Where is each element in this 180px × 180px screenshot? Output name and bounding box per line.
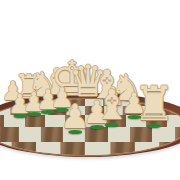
board-square-light	[67, 106, 86, 115]
chess-board-grid	[0, 99, 180, 155]
board-square-light	[36, 142, 61, 155]
board-square-dark	[85, 127, 107, 142]
board-row	[0, 142, 180, 155]
board-square-dark	[160, 106, 179, 115]
board-square-dark	[110, 142, 135, 155]
chess-board	[0, 93, 180, 157]
board-square-dark	[175, 127, 180, 142]
board-square-light	[29, 106, 48, 115]
product-photo: ♟♜♞♝♚♛♝♟♞♜♟♟♟♟♟♟♝♟	[0, 0, 180, 180]
board-square-dark	[0, 99, 16, 106]
board-square-dark	[0, 127, 19, 142]
board-square-light	[19, 127, 41, 142]
board-square-light	[45, 115, 65, 127]
board-square-dark	[11, 106, 30, 115]
board-square-dark	[138, 99, 155, 106]
board-square-dark	[130, 127, 152, 142]
board-square-light	[4, 115, 24, 127]
board-square-light	[142, 106, 161, 115]
board-square-light	[120, 99, 137, 106]
board-square-light	[167, 115, 180, 127]
board-square-light	[108, 127, 130, 142]
board-square-dark	[68, 99, 85, 106]
board-square-light	[63, 127, 85, 142]
board-square-light	[51, 99, 68, 106]
board-square-dark	[160, 142, 180, 155]
board-row	[0, 127, 180, 142]
board-square-light	[0, 142, 11, 155]
board-square-light	[85, 115, 105, 127]
board-square-dark	[48, 106, 67, 115]
board-square-dark	[41, 127, 63, 142]
board-square-light	[155, 99, 172, 106]
board-square-dark	[33, 99, 50, 106]
board-square-dark	[11, 142, 36, 155]
board-square-dark	[103, 99, 120, 106]
board-square-dark	[146, 115, 166, 127]
board-square-light	[104, 106, 123, 115]
board-square-light	[135, 142, 160, 155]
board-row	[0, 106, 179, 115]
board-square-dark	[85, 106, 104, 115]
board-square-dark	[106, 115, 126, 127]
board-square-light	[85, 142, 110, 155]
board-surface	[0, 99, 180, 155]
board-square-light	[0, 106, 11, 115]
board-square-dark	[123, 106, 142, 115]
board-square-light	[85, 99, 102, 106]
board-square-light	[152, 127, 174, 142]
board-square-light	[16, 99, 33, 106]
board-square-dark	[65, 115, 85, 127]
board-square-dark	[61, 142, 86, 155]
board-row	[0, 115, 180, 127]
board-row	[0, 99, 173, 106]
board-square-light	[126, 115, 146, 127]
board-square-dark	[25, 115, 45, 127]
